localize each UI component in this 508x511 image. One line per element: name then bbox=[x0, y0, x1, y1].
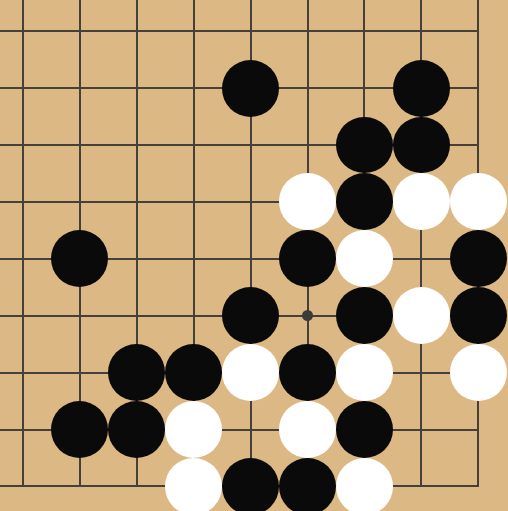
intersection-r8c6[interactable] bbox=[336, 458, 393, 511]
go-board bbox=[0, 0, 508, 511]
intersection-r3c8[interactable] bbox=[450, 173, 507, 230]
intersection-r6c3[interactable] bbox=[165, 344, 222, 401]
intersection-r0c0[interactable] bbox=[0, 3, 51, 60]
black-stone bbox=[279, 230, 336, 287]
intersection-r8c1[interactable] bbox=[51, 458, 108, 511]
intersection-r7c3[interactable] bbox=[165, 401, 222, 458]
intersection-r6c1[interactable] bbox=[51, 344, 108, 401]
intersection-r0c5[interactable] bbox=[279, 3, 336, 60]
intersection-r2c1[interactable] bbox=[51, 117, 108, 174]
intersection-r1c4[interactable] bbox=[222, 60, 279, 117]
white-stone bbox=[450, 344, 507, 401]
intersection-r1c2[interactable] bbox=[108, 60, 165, 117]
intersection-r0c2[interactable] bbox=[108, 3, 165, 60]
black-stone bbox=[108, 401, 165, 458]
intersection-r1c1[interactable] bbox=[51, 60, 108, 117]
white-stone bbox=[336, 344, 393, 401]
intersection-r6c0[interactable] bbox=[0, 344, 51, 401]
intersection-r0c7[interactable] bbox=[393, 3, 450, 60]
black-stone bbox=[336, 173, 393, 230]
black-stone bbox=[165, 344, 222, 401]
white-stone bbox=[393, 173, 450, 230]
intersection-r7c2[interactable] bbox=[108, 401, 165, 458]
intersection-r2c6[interactable] bbox=[336, 117, 393, 174]
intersection-r2c7[interactable] bbox=[393, 117, 450, 174]
black-stone bbox=[279, 458, 336, 511]
intersection-r3c1[interactable] bbox=[51, 173, 108, 230]
black-stone bbox=[51, 230, 108, 287]
intersection-r8c8[interactable] bbox=[450, 458, 507, 511]
white-stone bbox=[165, 458, 222, 511]
black-stone bbox=[108, 344, 165, 401]
intersection-r0c1[interactable] bbox=[51, 3, 108, 60]
intersection-r5c0[interactable] bbox=[0, 287, 51, 344]
intersection-r7c8[interactable] bbox=[450, 401, 507, 458]
intersection-r5c4[interactable] bbox=[222, 287, 279, 344]
intersection-r6c8[interactable] bbox=[450, 344, 507, 401]
intersection-r6c7[interactable] bbox=[393, 344, 450, 401]
intersection-r5c2[interactable] bbox=[108, 287, 165, 344]
intersection-r4c7[interactable] bbox=[393, 230, 450, 287]
intersection-r1c5[interactable] bbox=[279, 60, 336, 117]
intersection-r4c3[interactable] bbox=[165, 230, 222, 287]
black-stone bbox=[450, 230, 507, 287]
black-stone bbox=[222, 60, 279, 117]
intersection-r3c7[interactable] bbox=[393, 173, 450, 230]
intersection-r7c0[interactable] bbox=[0, 401, 51, 458]
intersection-r4c0[interactable] bbox=[0, 230, 51, 287]
intersection-r3c6[interactable] bbox=[336, 173, 393, 230]
intersection-r7c7[interactable] bbox=[393, 401, 450, 458]
intersection-r3c2[interactable] bbox=[108, 173, 165, 230]
intersection-r6c4[interactable] bbox=[222, 344, 279, 401]
intersection-r2c3[interactable] bbox=[165, 117, 222, 174]
white-stone bbox=[279, 401, 336, 458]
black-stone bbox=[222, 287, 279, 344]
intersection-r6c2[interactable] bbox=[108, 344, 165, 401]
intersection-r1c0[interactable] bbox=[0, 60, 51, 117]
intersection-r8c7[interactable] bbox=[393, 458, 450, 511]
black-stone bbox=[336, 117, 393, 174]
intersection-r5c3[interactable] bbox=[165, 287, 222, 344]
intersection-r7c1[interactable] bbox=[51, 401, 108, 458]
intersection-r3c5[interactable] bbox=[279, 173, 336, 230]
intersection-r1c6[interactable] bbox=[336, 60, 393, 117]
intersection-r2c0[interactable] bbox=[0, 117, 51, 174]
intersection-r8c4[interactable] bbox=[222, 458, 279, 511]
intersection-r6c5[interactable] bbox=[279, 344, 336, 401]
intersection-r7c6[interactable] bbox=[336, 401, 393, 458]
intersection-r4c2[interactable] bbox=[108, 230, 165, 287]
black-stone bbox=[393, 60, 450, 117]
intersection-r2c4[interactable] bbox=[222, 117, 279, 174]
intersection-r2c2[interactable] bbox=[108, 117, 165, 174]
white-stone bbox=[450, 173, 507, 230]
black-stone bbox=[336, 401, 393, 458]
intersection-r0c6[interactable] bbox=[336, 3, 393, 60]
intersection-r1c8[interactable] bbox=[450, 60, 507, 117]
intersection-r4c5[interactable] bbox=[279, 230, 336, 287]
intersection-r0c3[interactable] bbox=[165, 3, 222, 60]
intersection-r5c1[interactable] bbox=[51, 287, 108, 344]
intersection-r5c8[interactable] bbox=[450, 287, 507, 344]
white-stone bbox=[336, 230, 393, 287]
intersection-r4c6[interactable] bbox=[336, 230, 393, 287]
black-stone bbox=[279, 344, 336, 401]
intersection-r3c4[interactable] bbox=[222, 173, 279, 230]
intersection-r4c4[interactable] bbox=[222, 230, 279, 287]
intersection-r7c4[interactable] bbox=[222, 401, 279, 458]
black-stone bbox=[336, 287, 393, 344]
intersection-r6c6[interactable] bbox=[336, 344, 393, 401]
white-stone bbox=[279, 173, 336, 230]
intersection-r8c3[interactable] bbox=[165, 458, 222, 511]
black-stone bbox=[51, 401, 108, 458]
intersection-r5c6[interactable] bbox=[336, 287, 393, 344]
board-grid bbox=[0, 3, 507, 511]
intersection-r8c0[interactable] bbox=[0, 458, 51, 511]
intersection-r7c5[interactable] bbox=[279, 401, 336, 458]
intersection-r1c3[interactable] bbox=[165, 60, 222, 117]
black-stone bbox=[393, 117, 450, 174]
white-stone bbox=[222, 344, 279, 401]
black-stone bbox=[450, 287, 507, 344]
intersection-r3c0[interactable] bbox=[0, 173, 51, 230]
intersection-r5c7[interactable] bbox=[393, 287, 450, 344]
intersection-r5c5[interactable] bbox=[279, 287, 336, 344]
intersection-r8c5[interactable] bbox=[279, 458, 336, 511]
intersection-r4c8[interactable] bbox=[450, 230, 507, 287]
white-stone bbox=[393, 287, 450, 344]
intersection-r8c2[interactable] bbox=[108, 458, 165, 511]
black-stone bbox=[222, 458, 279, 511]
intersection-r2c5[interactable] bbox=[279, 117, 336, 174]
intersection-r0c4[interactable] bbox=[222, 3, 279, 60]
intersection-r2c8[interactable] bbox=[450, 117, 507, 174]
white-stone bbox=[165, 401, 222, 458]
intersection-r3c3[interactable] bbox=[165, 173, 222, 230]
intersection-r0c8[interactable] bbox=[450, 3, 507, 60]
star-point bbox=[302, 310, 313, 321]
white-stone bbox=[336, 458, 393, 511]
intersection-r1c7[interactable] bbox=[393, 60, 450, 117]
intersection-r4c1[interactable] bbox=[51, 230, 108, 287]
